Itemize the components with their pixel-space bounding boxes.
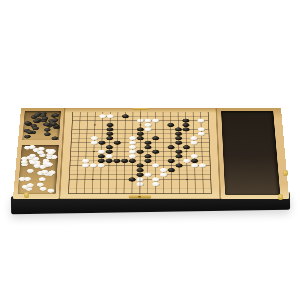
white-stone[interactable] — [145, 119, 152, 123]
white-tray-stone[interactable] — [27, 169, 34, 173]
go-set-plane — [13, 108, 289, 199]
black-stone[interactable] — [129, 159, 136, 163]
black-stone[interactable] — [175, 154, 182, 158]
black-stone[interactable] — [144, 145, 151, 149]
brass-clasp — [283, 170, 288, 176]
compartment-interior — [221, 111, 280, 195]
star-point — [93, 151, 95, 152]
white-stone[interactable] — [129, 154, 136, 158]
brass-latch — [129, 195, 151, 198]
white-stone[interactable] — [129, 136, 136, 140]
star-point — [185, 151, 187, 152]
black-stone[interactable] — [167, 123, 174, 127]
go-board[interactable] — [60, 108, 220, 199]
black-stone[interactable] — [129, 177, 136, 181]
white-stone[interactable] — [160, 173, 167, 177]
brass-hinge — [133, 108, 148, 110]
black-stone[interactable] — [168, 168, 175, 172]
black-tray-stone[interactable] — [50, 122, 57, 126]
white-tray-stone[interactable] — [39, 177, 46, 181]
black-stone[interactable] — [175, 141, 182, 145]
black-stone[interactable] — [144, 141, 151, 145]
brass-clasp — [278, 194, 283, 200]
black-tray-stone[interactable] — [24, 135, 31, 139]
black-stone[interactable] — [122, 114, 129, 118]
white-tray-stone[interactable] — [46, 162, 53, 166]
black-tray-stone[interactable] — [44, 128, 51, 132]
white-stone[interactable] — [152, 177, 159, 181]
go-set-product-photo — [0, 0, 300, 300]
star-point — [92, 179, 94, 180]
black-stone[interactable] — [175, 163, 182, 167]
black-tray-stone[interactable] — [44, 132, 51, 136]
black-stone[interactable] — [152, 150, 159, 154]
white-stone[interactable] — [144, 127, 151, 131]
black-tray-stone[interactable] — [53, 113, 60, 117]
white-stone[interactable] — [160, 168, 167, 172]
white-stone-tray[interactable] — [18, 145, 59, 194]
white-stone[interactable] — [129, 150, 136, 154]
white-stone[interactable] — [152, 163, 159, 167]
black-stone[interactable] — [121, 159, 128, 163]
stone-tray-block — [13, 108, 65, 199]
white-tray-stone[interactable] — [38, 147, 45, 151]
white-stone[interactable] — [129, 141, 136, 145]
white-stone[interactable] — [129, 145, 136, 149]
white-stone[interactable] — [152, 119, 159, 123]
black-stone[interactable] — [175, 132, 182, 136]
white-stone[interactable] — [145, 123, 152, 127]
white-tray-stone[interactable] — [47, 188, 54, 192]
black-stone[interactable] — [175, 127, 182, 131]
black-stone[interactable] — [152, 136, 159, 140]
white-stone[interactable] — [152, 182, 159, 186]
black-stone-tray[interactable] — [22, 111, 61, 140]
star-point — [94, 124, 96, 125]
white-stone[interactable] — [144, 173, 151, 177]
white-tray-stone[interactable] — [47, 151, 54, 155]
black-stone[interactable] — [168, 145, 175, 149]
white-tray-stone[interactable] — [27, 183, 34, 187]
storage-compartment — [216, 108, 289, 199]
black-stone[interactable] — [144, 154, 151, 158]
white-tray-stone[interactable] — [41, 170, 48, 174]
black-stone[interactable] — [175, 136, 182, 140]
black-tray-stone[interactable] — [44, 123, 51, 127]
black-stone[interactable] — [175, 150, 182, 154]
star-point — [186, 179, 188, 180]
black-stone[interactable] — [168, 159, 175, 163]
black-stone[interactable] — [144, 159, 151, 163]
brass-clasp — [24, 192, 29, 198]
white-tray-stone[interactable] — [40, 187, 47, 191]
white-tray-stone[interactable] — [24, 177, 31, 181]
black-tray-stone[interactable] — [51, 136, 58, 140]
black-tray-stone[interactable] — [33, 114, 40, 118]
